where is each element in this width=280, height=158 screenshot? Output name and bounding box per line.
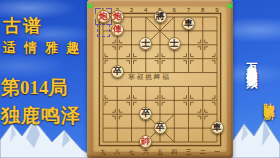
xiangqi-board[interactable]: 123456789 九八七六五四三二一 寒叔挑衅福 炮炮俥帥將車車士士卒卒卒 <box>87 0 233 158</box>
side-caption-update: 陆续更新 <box>261 94 276 102</box>
bottom-label-3: 七 <box>127 149 137 155</box>
bottom-label-2: 八 <box>112 149 122 155</box>
corner-dot-right <box>228 4 232 8</box>
piece-red-cannon[interactable]: 炮 <box>97 10 110 23</box>
title-puzzle-name: 独鹿鸣泽 <box>1 103 81 129</box>
title-game-number: 第014局 <box>1 75 68 101</box>
piece-black-soldier[interactable]: 卒 <box>111 65 124 78</box>
piece-black-soldier[interactable]: 卒 <box>139 107 152 120</box>
piece-black-chariot[interactable]: 車 <box>211 121 224 134</box>
bottom-label-5: 五 <box>155 149 165 155</box>
river-watermark: 寒叔挑衅福 <box>128 73 171 81</box>
corner-dot-left <box>88 4 92 8</box>
thumbnail-canvas: 古谱 适情雅趣 第014局 独鹿鸣泽 万集残局破解视频 陆续更新 1234567… <box>0 0 280 158</box>
top-label-4: 4 <box>141 7 151 13</box>
title-guPu: 古谱 <box>3 14 43 38</box>
title-book-name: 适情雅趣 <box>3 39 87 57</box>
top-label-9: 9 <box>212 7 222 13</box>
title-panel: 古谱 适情雅趣 第014局 独鹿鸣泽 <box>0 0 88 158</box>
piece-black-general[interactable]: 將 <box>154 10 167 23</box>
bottom-label-1: 九 <box>98 149 108 155</box>
bottom-label-7: 三 <box>184 149 194 155</box>
bottom-label-6: 四 <box>169 149 179 155</box>
top-label-8: 8 <box>198 7 208 13</box>
piece-red-general[interactable]: 帥 <box>139 135 152 148</box>
side-caption-series: 万集残局破解视频 <box>244 54 259 70</box>
bottom-label-4: 六 <box>141 149 151 155</box>
top-label-6: 6 <box>169 7 179 13</box>
mountain-right <box>228 116 280 158</box>
piece-black-soldier[interactable]: 卒 <box>154 121 167 134</box>
move-from-marker <box>97 24 110 37</box>
top-label-3: 3 <box>127 7 137 13</box>
bottom-label-8: 二 <box>198 149 208 155</box>
piece-red-cannon[interactable]: 炮 <box>111 10 124 23</box>
piece-black-advisor[interactable]: 士 <box>168 37 181 50</box>
bottom-label-9: 一 <box>212 149 222 155</box>
top-label-7: 7 <box>184 7 194 13</box>
